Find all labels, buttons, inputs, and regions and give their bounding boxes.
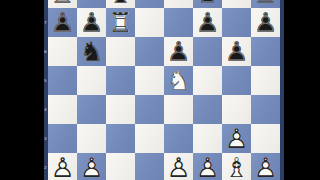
square-a2[interactable]: ♟♙	[48, 153, 77, 180]
square-d8[interactable]	[135, 0, 164, 8]
square-g7[interactable]	[222, 8, 251, 37]
square-c5[interactable]	[106, 66, 135, 95]
square-g3[interactable]: ♟♙	[222, 124, 251, 153]
pawn-glyph-outline: ♙	[251, 153, 280, 180]
square-g2[interactable]: ♝♗	[222, 153, 251, 180]
pawn-glyph-outline: ♙	[222, 124, 251, 153]
square-c4[interactable]	[106, 95, 135, 124]
square-e3[interactable]	[164, 124, 193, 153]
square-c6[interactable]	[106, 37, 135, 66]
piece-white-pawn-g3[interactable]: ♟♙	[222, 124, 251, 153]
square-d2[interactable]	[135, 153, 164, 180]
square-a3[interactable]	[48, 124, 77, 153]
rank-label-8: 8	[44, 0, 47, 4]
piece-white-pawn-a2[interactable]: ♟♙	[48, 153, 77, 180]
square-b3[interactable]	[77, 124, 106, 153]
rook-glyph-outline: ♖	[106, 8, 135, 37]
pawn-glyph-outline: ♙	[164, 37, 193, 66]
square-h6[interactable]	[251, 37, 280, 66]
square-e5[interactable]: ♞♘	[164, 66, 193, 95]
square-e7[interactable]	[164, 8, 193, 37]
video-frame: ♜♖♝♗♚♔♜♖♟♙♟♙♜♖♟♙♟♙♞♘♟♙♟♙♞♘♟♙♟♙♟♙♟♙♟♙♝♗♟♙…	[0, 0, 320, 180]
square-a6[interactable]	[48, 37, 77, 66]
pawn-glyph-outline: ♙	[251, 8, 280, 37]
rank-label-6: 6	[44, 41, 47, 61]
square-h7[interactable]: ♟♙	[251, 8, 280, 37]
piece-white-rook-c7[interactable]: ♜♖	[106, 8, 135, 37]
piece-white-bishop-g2[interactable]: ♝♗	[222, 153, 251, 180]
bishop-glyph-outline: ♗	[222, 153, 251, 180]
rank-label-4: 4	[44, 99, 47, 119]
square-h5[interactable]	[251, 66, 280, 95]
piece-black-pawn-a7[interactable]: ♟♙	[48, 8, 77, 37]
square-d3[interactable]	[135, 124, 164, 153]
pawn-glyph-outline: ♙	[222, 37, 251, 66]
square-h4[interactable]	[251, 95, 280, 124]
square-b7[interactable]: ♟♙	[77, 8, 106, 37]
piece-white-pawn-e2[interactable]: ♟♙	[164, 153, 193, 180]
piece-black-pawn-e6[interactable]: ♟♙	[164, 37, 193, 66]
pawn-glyph-outline: ♙	[48, 8, 77, 37]
pawn-glyph-outline: ♙	[193, 153, 222, 180]
knight-glyph-outline: ♘	[77, 37, 106, 66]
square-f7[interactable]: ♟♙	[193, 8, 222, 37]
pawn-glyph-outline: ♙	[48, 153, 77, 180]
rank-label-7: 7	[44, 12, 47, 32]
square-f6[interactable]	[193, 37, 222, 66]
square-a4[interactable]	[48, 95, 77, 124]
square-b6[interactable]: ♞♘	[77, 37, 106, 66]
piece-black-pawn-h7[interactable]: ♟♙	[251, 8, 280, 37]
square-h3[interactable]	[251, 124, 280, 153]
square-a5[interactable]	[48, 66, 77, 95]
square-f5[interactable]	[193, 66, 222, 95]
square-e4[interactable]	[164, 95, 193, 124]
square-b4[interactable]	[77, 95, 106, 124]
square-d6[interactable]	[135, 37, 164, 66]
right-letterbox	[284, 0, 320, 180]
knight-glyph-outline: ♘	[164, 66, 193, 95]
square-c2[interactable]	[106, 153, 135, 180]
pawn-glyph-outline: ♙	[164, 153, 193, 180]
square-g6[interactable]: ♟♙	[222, 37, 251, 66]
pawn-glyph-outline: ♙	[77, 8, 106, 37]
square-d7[interactable]	[135, 8, 164, 37]
piece-white-pawn-f2[interactable]: ♟♙	[193, 153, 222, 180]
square-e6[interactable]: ♟♙	[164, 37, 193, 66]
square-d5[interactable]	[135, 66, 164, 95]
pawn-glyph-outline: ♙	[193, 8, 222, 37]
square-f4[interactable]	[193, 95, 222, 124]
rank-label-3: 3	[44, 128, 47, 148]
left-letterbox	[0, 0, 44, 180]
square-e2[interactable]: ♟♙	[164, 153, 193, 180]
piece-black-knight-b6[interactable]: ♞♘	[77, 37, 106, 66]
pawn-glyph-outline: ♙	[77, 153, 106, 180]
square-b5[interactable]	[77, 66, 106, 95]
square-g4[interactable]	[222, 95, 251, 124]
square-f3[interactable]	[193, 124, 222, 153]
rank-label-2: 2	[44, 157, 47, 177]
square-h2[interactable]: ♟♙	[251, 153, 280, 180]
piece-white-pawn-b2[interactable]: ♟♙	[77, 153, 106, 180]
square-b2[interactable]: ♟♙	[77, 153, 106, 180]
square-g5[interactable]	[222, 66, 251, 95]
rank-label-5: 5	[44, 70, 47, 90]
square-c7[interactable]: ♜♖	[106, 8, 135, 37]
square-d4[interactable]	[135, 95, 164, 124]
piece-black-pawn-f7[interactable]: ♟♙	[193, 8, 222, 37]
piece-white-pawn-h2[interactable]: ♟♙	[251, 153, 280, 180]
piece-black-pawn-g6[interactable]: ♟♙	[222, 37, 251, 66]
piece-white-knight-e5[interactable]: ♞♘	[164, 66, 193, 95]
chess-board[interactable]: ♜♖♝♗♚♔♜♖♟♙♟♙♜♖♟♙♟♙♞♘♟♙♟♙♞♘♟♙♟♙♟♙♟♙♟♙♝♗♟♙	[48, 0, 280, 180]
square-e8[interactable]	[164, 0, 193, 8]
square-g8[interactable]	[222, 0, 251, 8]
square-a7[interactable]: ♟♙	[48, 8, 77, 37]
piece-black-pawn-b7[interactable]: ♟♙	[77, 8, 106, 37]
square-c3[interactable]	[106, 124, 135, 153]
square-f2[interactable]: ♟♙	[193, 153, 222, 180]
